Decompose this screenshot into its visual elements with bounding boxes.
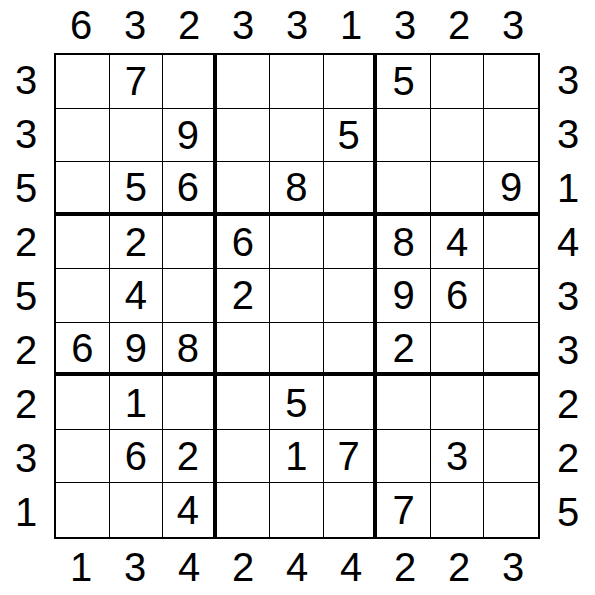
clue-top-4: 3 <box>216 0 270 50</box>
grid-cell-r6c2[interactable]: 9 <box>110 323 164 377</box>
grid-cell-r5c5[interactable] <box>270 269 324 323</box>
grid-cell-r9c1[interactable] <box>56 483 110 537</box>
grid-cell-r9c8[interactable] <box>431 483 485 537</box>
clue-right-2: 3 <box>542 107 594 161</box>
grid-cell-r3c9[interactable]: 9 <box>484 162 538 216</box>
grid-cell-r9c9[interactable] <box>484 483 538 537</box>
clues-right: 331433225 <box>542 53 594 539</box>
given-digit: 5 <box>392 61 414 101</box>
grid-cell-r3c5[interactable]: 8 <box>270 162 324 216</box>
grid-cell-r2c1[interactable] <box>56 109 110 163</box>
grid-cell-r4c3[interactable] <box>163 216 217 270</box>
clue-bottom-1: 1 <box>54 541 108 593</box>
grid-cell-r8c1[interactable] <box>56 430 110 484</box>
grid-cell-r7c5[interactable]: 5 <box>270 376 324 430</box>
grid-cell-r1c4[interactable] <box>217 55 271 109</box>
given-digit: 4 <box>125 275 147 315</box>
grid-cell-r5c6[interactable] <box>324 269 378 323</box>
given-digit: 1 <box>285 436 307 476</box>
grid-cell-r8c7[interactable] <box>377 430 431 484</box>
grid-cell-r3c4[interactable] <box>217 162 271 216</box>
grid-cell-r3c2[interactable]: 5 <box>110 162 164 216</box>
clue-bottom-7: 2 <box>378 541 432 593</box>
grid-cell-r7c7[interactable] <box>377 376 431 430</box>
grid-cell-r5c9[interactable] <box>484 269 538 323</box>
grid-cell-r7c2[interactable]: 1 <box>110 376 164 430</box>
grid-cell-r4c5[interactable] <box>270 216 324 270</box>
grid-cell-r8c5[interactable]: 1 <box>270 430 324 484</box>
given-digit: 3 <box>446 436 468 476</box>
given-digit: 7 <box>125 61 147 101</box>
grid-cell-r1c7[interactable]: 5 <box>377 55 431 109</box>
given-digit: 8 <box>392 222 414 262</box>
given-digit: 7 <box>392 490 414 530</box>
grid-cell-r1c5[interactable] <box>270 55 324 109</box>
grid-cell-r3c8[interactable] <box>431 162 485 216</box>
clues-left: 335252231 <box>0 53 52 539</box>
clue-top-9: 3 <box>486 0 540 50</box>
grid-cell-r7c3[interactable] <box>163 376 217 430</box>
clue-right-8: 2 <box>542 431 594 485</box>
grid-cell-r6c6[interactable] <box>324 323 378 377</box>
given-digit: 6 <box>232 222 254 262</box>
clue-left-5: 5 <box>0 269 52 323</box>
grid-cell-r8c2[interactable]: 6 <box>110 430 164 484</box>
grid-cell-r8c3[interactable]: 2 <box>163 430 217 484</box>
given-digit: 9 <box>125 328 147 368</box>
given-digit: 8 <box>285 167 307 207</box>
clue-top-8: 2 <box>432 0 486 50</box>
grid-cell-r7c6[interactable] <box>324 376 378 430</box>
clue-left-8: 3 <box>0 431 52 485</box>
grid-cell-r9c3[interactable]: 4 <box>163 483 217 537</box>
grid-cell-r5c1[interactable] <box>56 269 110 323</box>
given-digit: 2 <box>232 275 254 315</box>
clue-right-3: 1 <box>542 161 594 215</box>
grid-cell-r4c7[interactable]: 8 <box>377 216 431 270</box>
given-digit: 8 <box>177 328 199 368</box>
clue-right-5: 3 <box>542 269 594 323</box>
grid-cell-r9c6[interactable] <box>324 483 378 537</box>
given-digit: 4 <box>446 222 468 262</box>
grid-cell-r4c6[interactable] <box>324 216 378 270</box>
given-digit: 1 <box>125 383 147 423</box>
grid-cell-r6c3[interactable]: 8 <box>163 323 217 377</box>
grid-cell-r8c4[interactable] <box>217 430 271 484</box>
grid-cell-r1c6[interactable] <box>324 55 378 109</box>
clue-bottom-9: 3 <box>486 541 540 593</box>
clue-top-2: 3 <box>108 0 162 50</box>
grid-cell-r2c2[interactable] <box>110 109 164 163</box>
grid-cell-r6c1[interactable]: 6 <box>56 323 110 377</box>
given-digit: 6 <box>446 275 468 315</box>
grid-cell-r4c9[interactable] <box>484 216 538 270</box>
grid-cell-r9c2[interactable] <box>110 483 164 537</box>
grid-cell-r6c8[interactable] <box>431 323 485 377</box>
grid-cell-r1c9[interactable] <box>484 55 538 109</box>
grid-cell-r8c6[interactable]: 7 <box>324 430 378 484</box>
grid-cell-r7c9[interactable] <box>484 376 538 430</box>
given-digit: 6 <box>177 167 199 207</box>
clue-left-9: 1 <box>0 485 52 539</box>
clue-bottom-4: 2 <box>216 541 270 593</box>
clue-left-2: 3 <box>0 107 52 161</box>
grid-cell-r1c3[interactable] <box>163 55 217 109</box>
grid-cell-r3c3[interactable]: 6 <box>163 162 217 216</box>
given-digit: 9 <box>177 115 199 155</box>
clue-bottom-2: 3 <box>108 541 162 593</box>
grid-cell-r9c7[interactable]: 7 <box>377 483 431 537</box>
grid-cell-r9c5[interactable] <box>270 483 324 537</box>
grid-cell-r3c1[interactable] <box>56 162 110 216</box>
clue-left-7: 2 <box>0 377 52 431</box>
grid-cell-r5c4[interactable]: 2 <box>217 269 271 323</box>
grid-cell-r7c1[interactable] <box>56 376 110 430</box>
clue-right-9: 5 <box>542 485 594 539</box>
clue-right-7: 2 <box>542 377 594 431</box>
grid-cell-r2c9[interactable] <box>484 109 538 163</box>
grid-cell-r6c9[interactable] <box>484 323 538 377</box>
grid-cell-r1c1[interactable] <box>56 55 110 109</box>
given-digit: 6 <box>125 436 147 476</box>
grid-cell-r2c6[interactable]: 5 <box>324 109 378 163</box>
clue-top-3: 2 <box>162 0 216 50</box>
clue-top-6: 1 <box>324 0 378 50</box>
grid-cell-r5c2[interactable]: 4 <box>110 269 164 323</box>
puzzle-board: 632331323 335252231 75955689268442966982… <box>0 0 595 595</box>
clue-right-4: 4 <box>542 215 594 269</box>
clue-right-6: 3 <box>542 323 594 377</box>
sudoku-grid: 75955689268442966982156217347 <box>54 53 540 539</box>
grid-cell-r2c8[interactable] <box>431 109 485 163</box>
clues-top: 632331323 <box>54 0 540 50</box>
grid-cell-r2c3[interactable]: 9 <box>163 109 217 163</box>
grid-cell-r2c4[interactable] <box>217 109 271 163</box>
grid-cell-r1c2[interactable]: 7 <box>110 55 164 109</box>
given-digit: 5 <box>285 383 307 423</box>
grid-cell-r8c8[interactable]: 3 <box>431 430 485 484</box>
grid-cell-r6c4[interactable] <box>217 323 271 377</box>
grid-cell-r1c8[interactable] <box>431 55 485 109</box>
given-digit: 2 <box>177 436 199 476</box>
clue-bottom-3: 4 <box>162 541 216 593</box>
grid-cell-r5c7[interactable]: 9 <box>377 269 431 323</box>
clue-left-6: 2 <box>0 323 52 377</box>
grid-cell-r7c4[interactable] <box>217 376 271 430</box>
grid-cell-r9c4[interactable] <box>217 483 271 537</box>
clue-left-3: 5 <box>0 161 52 215</box>
clue-top-1: 6 <box>54 0 108 50</box>
given-digit: 5 <box>125 167 147 207</box>
grid-cell-r3c6[interactable] <box>324 162 378 216</box>
grid-cell-r5c3[interactable] <box>163 269 217 323</box>
given-digit: 5 <box>337 115 359 155</box>
given-digit: 2 <box>125 222 147 262</box>
clue-left-1: 3 <box>0 53 52 107</box>
grid-cell-r7c8[interactable] <box>431 376 485 430</box>
clue-right-1: 3 <box>542 53 594 107</box>
clue-bottom-8: 2 <box>432 541 486 593</box>
clue-bottom-5: 4 <box>270 541 324 593</box>
grid-cell-r2c5[interactable] <box>270 109 324 163</box>
grid-cell-r6c5[interactable] <box>270 323 324 377</box>
given-digit: 9 <box>500 167 522 207</box>
grid-cell-r4c2[interactable]: 2 <box>110 216 164 270</box>
given-digit: 4 <box>177 490 199 530</box>
grid-cell-r4c4[interactable]: 6 <box>217 216 271 270</box>
given-digit: 7 <box>337 436 359 476</box>
given-digit: 9 <box>392 275 414 315</box>
given-digit: 6 <box>71 328 93 368</box>
grid-cell-r5c8[interactable]: 6 <box>431 269 485 323</box>
grid-cell-r4c8[interactable]: 4 <box>431 216 485 270</box>
grid-cell-r8c9[interactable] <box>484 430 538 484</box>
clues-bottom: 134244223 <box>54 541 540 593</box>
given-digit: 2 <box>392 328 414 368</box>
grid-cell-r2c7[interactable] <box>377 109 431 163</box>
grid-cell-r4c1[interactable] <box>56 216 110 270</box>
clue-left-4: 2 <box>0 215 52 269</box>
clue-top-5: 3 <box>270 0 324 50</box>
clue-top-7: 3 <box>378 0 432 50</box>
clue-bottom-6: 4 <box>324 541 378 593</box>
grid-cell-r3c7[interactable] <box>377 162 431 216</box>
grid-cell-r6c7[interactable]: 2 <box>377 323 431 377</box>
